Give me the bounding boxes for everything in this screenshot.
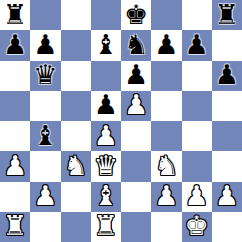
piece-black-bishop[interactable]: ♝ <box>94 31 118 58</box>
square-d2[interactable]: ♝ <box>91 182 121 212</box>
square-d8[interactable] <box>91 0 121 30</box>
square-e2[interactable] <box>121 182 151 212</box>
piece-white-rook[interactable]: ♜ <box>3 212 27 239</box>
square-e6[interactable]: ♟ <box>121 61 151 91</box>
square-e1[interactable] <box>121 212 151 242</box>
square-a1[interactable]: ♜ <box>0 212 30 242</box>
square-f5[interactable] <box>151 91 181 121</box>
piece-black-pawn[interactable]: ♟ <box>33 31 57 58</box>
square-a3[interactable]: ♟ <box>0 151 30 181</box>
square-a5[interactable] <box>0 91 30 121</box>
square-g5[interactable] <box>182 91 212 121</box>
square-h2[interactable]: ♟ <box>212 182 242 212</box>
square-h6[interactable]: ♟ <box>212 61 242 91</box>
square-d6[interactable] <box>91 61 121 91</box>
piece-white-pawn[interactable]: ♟ <box>3 152 27 179</box>
square-c8[interactable] <box>61 0 91 30</box>
square-a4[interactable] <box>0 121 30 151</box>
square-g6[interactable] <box>182 61 212 91</box>
piece-white-king[interactable]: ♚ <box>185 212 209 239</box>
piece-white-bishop[interactable]: ♝ <box>94 182 118 209</box>
square-b7[interactable]: ♟ <box>30 30 60 60</box>
square-g7[interactable]: ♟ <box>182 30 212 60</box>
square-h5[interactable] <box>212 91 242 121</box>
square-d3[interactable]: ♛ <box>91 151 121 181</box>
square-c4[interactable] <box>61 121 91 151</box>
square-e8[interactable]: ♚ <box>121 0 151 30</box>
piece-white-pawn[interactable]: ♟ <box>185 182 209 209</box>
square-g2[interactable]: ♟ <box>182 182 212 212</box>
square-e5[interactable]: ♟ <box>121 91 151 121</box>
chess-board: ♜♚♜♟♟♝♞♟♟♛♟♟♟♟♝♟♟♞♛♞♟♝♟♟♟♜♜♚ <box>0 0 242 242</box>
square-f3[interactable]: ♞ <box>151 151 181 181</box>
piece-black-pawn[interactable]: ♟ <box>185 31 209 58</box>
square-g1[interactable]: ♚ <box>182 212 212 242</box>
piece-white-pawn[interactable]: ♟ <box>154 182 178 209</box>
piece-black-rook[interactable]: ♜ <box>215 1 239 28</box>
square-b6[interactable]: ♛ <box>30 61 60 91</box>
square-b4[interactable]: ♝ <box>30 121 60 151</box>
square-f2[interactable]: ♟ <box>151 182 181 212</box>
square-c1[interactable] <box>61 212 91 242</box>
square-d4[interactable]: ♟ <box>91 121 121 151</box>
piece-black-knight[interactable]: ♞ <box>124 31 148 58</box>
piece-white-knight[interactable]: ♞ <box>154 152 178 179</box>
square-h4[interactable] <box>212 121 242 151</box>
square-a8[interactable]: ♜ <box>0 0 30 30</box>
piece-white-pawn[interactable]: ♟ <box>33 182 57 209</box>
piece-black-pawn[interactable]: ♟ <box>124 61 148 88</box>
piece-white-knight[interactable]: ♞ <box>64 152 88 179</box>
square-h1[interactable] <box>212 212 242 242</box>
piece-white-queen[interactable]: ♛ <box>94 152 118 179</box>
square-f8[interactable] <box>151 0 181 30</box>
piece-black-pawn[interactable]: ♟ <box>215 61 239 88</box>
piece-black-rook[interactable]: ♜ <box>3 1 27 28</box>
square-d5[interactable]: ♟ <box>91 91 121 121</box>
piece-white-pawn[interactable]: ♟ <box>124 91 148 118</box>
square-h7[interactable] <box>212 30 242 60</box>
square-c7[interactable] <box>61 30 91 60</box>
square-f1[interactable] <box>151 212 181 242</box>
square-c3[interactable]: ♞ <box>61 151 91 181</box>
square-e3[interactable] <box>121 151 151 181</box>
piece-black-king[interactable]: ♚ <box>124 1 148 28</box>
square-h8[interactable]: ♜ <box>212 0 242 30</box>
square-b3[interactable] <box>30 151 60 181</box>
square-g3[interactable] <box>182 151 212 181</box>
square-a2[interactable] <box>0 182 30 212</box>
piece-black-pawn[interactable]: ♟ <box>3 31 27 58</box>
piece-black-pawn[interactable]: ♟ <box>94 91 118 118</box>
piece-white-pawn[interactable]: ♟ <box>215 182 239 209</box>
square-c5[interactable] <box>61 91 91 121</box>
square-c2[interactable] <box>61 182 91 212</box>
square-h3[interactable] <box>212 151 242 181</box>
piece-white-pawn[interactable]: ♟ <box>94 122 118 149</box>
piece-black-pawn[interactable]: ♟ <box>154 31 178 58</box>
square-f4[interactable] <box>151 121 181 151</box>
square-b8[interactable] <box>30 0 60 30</box>
piece-black-queen[interactable]: ♛ <box>33 61 57 88</box>
square-e7[interactable]: ♞ <box>121 30 151 60</box>
square-f6[interactable] <box>151 61 181 91</box>
square-b5[interactable] <box>30 91 60 121</box>
piece-white-rook[interactable]: ♜ <box>94 212 118 239</box>
square-a7[interactable]: ♟ <box>0 30 30 60</box>
square-c6[interactable] <box>61 61 91 91</box>
square-d7[interactable]: ♝ <box>91 30 121 60</box>
square-d1[interactable]: ♜ <box>91 212 121 242</box>
square-g8[interactable] <box>182 0 212 30</box>
square-b1[interactable] <box>30 212 60 242</box>
square-g4[interactable] <box>182 121 212 151</box>
square-e4[interactable] <box>121 121 151 151</box>
piece-black-bishop[interactable]: ♝ <box>33 122 57 149</box>
square-a6[interactable] <box>0 61 30 91</box>
square-f7[interactable]: ♟ <box>151 30 181 60</box>
square-b2[interactable]: ♟ <box>30 182 60 212</box>
